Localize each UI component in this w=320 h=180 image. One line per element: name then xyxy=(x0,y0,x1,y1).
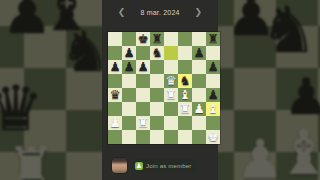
black-knight: ♞ xyxy=(178,74,192,88)
square-a6[interactable]: ♟ xyxy=(108,60,122,74)
previous-day-button[interactable]: ❮ xyxy=(116,7,128,17)
white-rook: ♜ xyxy=(178,102,192,116)
square-g3[interactable]: ♟ xyxy=(192,102,206,116)
square-e1[interactable] xyxy=(164,130,178,144)
white-king: ♚ xyxy=(206,130,220,144)
square-e2[interactable] xyxy=(164,116,178,130)
square-a7[interactable] xyxy=(108,46,122,60)
square-d8[interactable]: ♜ xyxy=(150,32,164,46)
square-f1[interactable] xyxy=(178,130,192,144)
square-e4[interactable]: ♜ xyxy=(164,88,178,102)
square-d1[interactable] xyxy=(150,130,164,144)
square-h2[interactable] xyxy=(206,116,220,130)
square-c5[interactable] xyxy=(136,74,150,88)
square-a3[interactable] xyxy=(108,102,122,116)
square-e8[interactable] xyxy=(164,32,178,46)
black-pawn: ♟ xyxy=(206,60,220,74)
join-button[interactable]: ♟ Join as member xyxy=(132,159,197,172)
black-pawn: ♟ xyxy=(206,88,220,102)
square-h8[interactable]: ♜ xyxy=(206,32,220,46)
black-king: ♚ xyxy=(136,32,150,46)
square-f8[interactable] xyxy=(178,32,192,46)
next-day-button[interactable]: ❯ xyxy=(193,7,205,17)
square-e7[interactable] xyxy=(164,46,178,60)
square-b2[interactable] xyxy=(122,116,136,130)
channel-avatar[interactable] xyxy=(112,158,127,173)
square-g6[interactable] xyxy=(192,60,206,74)
shorts-frame: ♟♝♞♛♜♟♞♟♟♝ ❮ 8 mar. 2024 ❯ ♚♜♜♟♞♟♟♟♟♟♛♞♛… xyxy=(0,0,320,180)
square-g4[interactable] xyxy=(192,88,206,102)
square-e3[interactable] xyxy=(164,102,178,116)
chess-board[interactable]: ♚♜♜♟♞♟♟♟♟♟♛♞♛♜♝♟♜♟♝♟♜♚ xyxy=(108,32,220,144)
white-pawn: ♟ xyxy=(108,116,122,130)
square-c4[interactable] xyxy=(136,88,150,102)
square-b1[interactable] xyxy=(122,130,136,144)
black-knight: ♞ xyxy=(150,46,164,60)
join-button-label: Join as member xyxy=(146,163,191,169)
square-a2[interactable]: ♟ xyxy=(108,116,122,130)
square-b7[interactable]: ♟ xyxy=(122,46,136,60)
date-navigation: ❮ 8 mar. 2024 ❯ xyxy=(0,5,320,19)
channel-row: ♟ Join as member xyxy=(112,158,197,173)
square-f2[interactable] xyxy=(178,116,192,130)
black-pawn: ♟ xyxy=(192,46,206,60)
square-d2[interactable] xyxy=(150,116,164,130)
square-f7[interactable] xyxy=(178,46,192,60)
square-b8[interactable] xyxy=(122,32,136,46)
square-c8[interactable]: ♚ xyxy=(136,32,150,46)
white-rook: ♜ xyxy=(136,116,150,130)
square-h5[interactable] xyxy=(206,74,220,88)
white-pawn: ♟ xyxy=(192,102,206,116)
black-pawn: ♟ xyxy=(108,60,122,74)
square-d3[interactable] xyxy=(150,102,164,116)
black-rook: ♜ xyxy=(150,32,164,46)
black-pawn: ♟ xyxy=(122,46,136,60)
square-d5[interactable] xyxy=(150,74,164,88)
square-f4[interactable]: ♝ xyxy=(178,88,192,102)
square-f6[interactable] xyxy=(178,60,192,74)
white-rook: ♜ xyxy=(164,88,178,102)
square-h4[interactable]: ♟ xyxy=(206,88,220,102)
square-b6[interactable]: ♟ xyxy=(122,60,136,74)
white-queen: ♛ xyxy=(164,74,178,88)
square-c7[interactable] xyxy=(136,46,150,60)
square-g1[interactable] xyxy=(192,130,206,144)
square-c1[interactable] xyxy=(136,130,150,144)
square-d6[interactable] xyxy=(150,60,164,74)
square-h6[interactable]: ♟ xyxy=(206,60,220,74)
square-d7[interactable]: ♞ xyxy=(150,46,164,60)
square-a1[interactable] xyxy=(108,130,122,144)
puzzle-date-label: 8 mar. 2024 xyxy=(140,9,179,16)
chevron-left-icon: ❮ xyxy=(118,7,126,17)
square-d4[interactable] xyxy=(150,88,164,102)
square-b3[interactable] xyxy=(122,102,136,116)
black-rook: ♜ xyxy=(206,32,220,46)
square-e6[interactable] xyxy=(164,60,178,74)
square-b5[interactable] xyxy=(122,74,136,88)
square-h1[interactable]: ♚ xyxy=(206,130,220,144)
square-f3[interactable]: ♜ xyxy=(178,102,192,116)
square-g7[interactable]: ♟ xyxy=(192,46,206,60)
square-g2[interactable] xyxy=(192,116,206,130)
black-queen: ♛ xyxy=(108,88,122,102)
square-f5[interactable]: ♞ xyxy=(178,74,192,88)
black-pawn: ♟ xyxy=(122,60,136,74)
black-pawn: ♟ xyxy=(136,60,150,74)
square-g8[interactable] xyxy=(192,32,206,46)
square-c6[interactable]: ♟ xyxy=(136,60,150,74)
square-c3[interactable] xyxy=(136,102,150,116)
square-a5[interactable] xyxy=(108,74,122,88)
square-a8[interactable] xyxy=(108,32,122,46)
square-e5[interactable]: ♛ xyxy=(164,74,178,88)
pawn-logo-icon: ♟ xyxy=(135,162,143,170)
square-h7[interactable] xyxy=(206,46,220,60)
chevron-right-icon: ❯ xyxy=(195,7,203,17)
square-a4[interactable]: ♛ xyxy=(108,88,122,102)
square-g5[interactable] xyxy=(192,74,206,88)
white-bishop: ♝ xyxy=(206,102,220,116)
square-c2[interactable]: ♜ xyxy=(136,116,150,130)
square-h3[interactable]: ♝ xyxy=(206,102,220,116)
white-bishop: ♝ xyxy=(178,88,192,102)
square-b4[interactable] xyxy=(122,88,136,102)
